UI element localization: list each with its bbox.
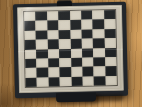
board-square: [25, 59, 37, 69]
board-square: [104, 29, 116, 39]
board-square: [37, 58, 49, 68]
chess-box: [13, 2, 128, 99]
board-square: [35, 12, 47, 22]
board-square: [37, 77, 49, 87]
board-square: [81, 20, 93, 30]
board-square: [71, 58, 83, 68]
board-square: [81, 10, 93, 20]
board-square: [82, 67, 94, 77]
board-square: [93, 38, 105, 48]
board-square: [47, 21, 59, 31]
board-square: [36, 21, 48, 31]
board-square: [48, 77, 60, 87]
board-square: [47, 30, 59, 40]
board-square: [60, 67, 72, 77]
board-square: [25, 49, 37, 59]
board-square: [82, 39, 94, 49]
board-square: [47, 11, 59, 21]
board-square: [59, 49, 71, 59]
chess-board: [23, 9, 118, 88]
board-square: [24, 12, 36, 22]
board-square: [59, 39, 71, 49]
board-square: [105, 57, 117, 67]
board-square: [71, 67, 83, 77]
board-square: [48, 49, 60, 59]
board-square: [70, 29, 82, 39]
board-square: [24, 21, 36, 31]
board-square: [70, 11, 82, 21]
board-square: [48, 68, 60, 78]
board-square: [93, 57, 105, 67]
board-square: [93, 20, 105, 30]
board-square: [58, 11, 70, 21]
board-frame: [17, 5, 124, 93]
board-square: [81, 29, 93, 39]
board-square: [48, 39, 60, 49]
board-square: [92, 10, 104, 20]
board-square: [70, 39, 82, 49]
board-square: [94, 76, 106, 86]
board-square: [105, 66, 117, 76]
board-square: [71, 76, 83, 86]
board-square: [36, 40, 48, 50]
board-square: [60, 77, 72, 87]
board-square: [59, 58, 71, 68]
board-square: [105, 47, 117, 57]
board-square: [82, 48, 94, 58]
board-square: [93, 48, 105, 58]
board-square: [26, 77, 38, 87]
board-square: [58, 20, 70, 30]
board-square: [25, 31, 37, 41]
board-square: [70, 48, 82, 58]
board-square: [104, 38, 116, 48]
board-square: [37, 68, 49, 78]
board-square: [25, 40, 37, 50]
board-square: [48, 58, 60, 68]
board-square: [82, 57, 94, 67]
board-square: [94, 66, 106, 76]
board-square: [104, 19, 116, 29]
board-square: [93, 29, 105, 39]
board-square: [105, 76, 117, 86]
board-square: [25, 68, 37, 78]
board-square: [104, 10, 116, 20]
board-square: [59, 30, 71, 40]
photo-scene: [0, 0, 142, 107]
board-square: [36, 30, 48, 40]
board-square: [82, 76, 94, 86]
drawer-tab-shadow: [56, 92, 96, 102]
board-square: [36, 49, 48, 59]
board-square: [70, 20, 82, 30]
